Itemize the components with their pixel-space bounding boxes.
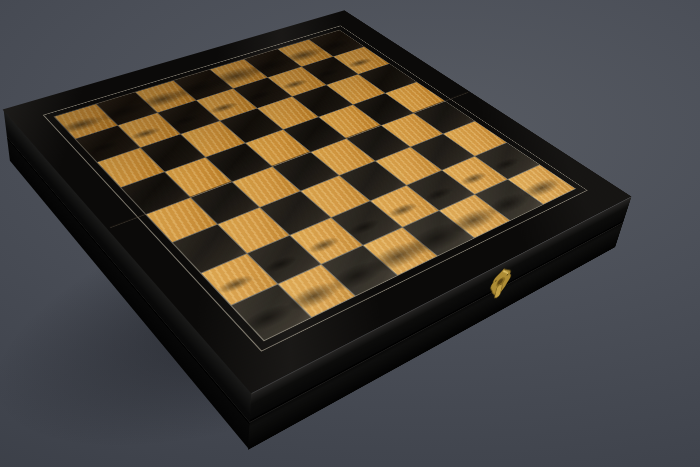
camera-tilt-layer: ♜♞♝♛♚♝♞♜♟♟♟♟♟♟♟♟♟♟♟♟♟♟♟♟♜♞♝♛♚♝♞♜	[0, 0, 700, 467]
black-pawn-glyph: ♟	[77, 83, 137, 150]
perspective-scene: ♜♞♝♛♚♝♞♜♟♟♟♟♟♟♟♟♟♟♟♟♟♟♟♟♜♞♝♛♚♝♞♜	[0, 0, 700, 467]
photo-stage: ♜♞♝♛♚♝♞♜♟♟♟♟♟♟♟♟♟♟♟♟♟♟♟♟♜♞♝♛♚♝♞♜	[0, 0, 700, 467]
chess-board: ♜♞♝♛♚♝♞♜♟♟♟♟♟♟♟♟♟♟♟♟♟♟♟♟♜♞♝♛♚♝♞♜	[3, 10, 632, 393]
white-rook-glyph: ♜	[218, 205, 324, 323]
